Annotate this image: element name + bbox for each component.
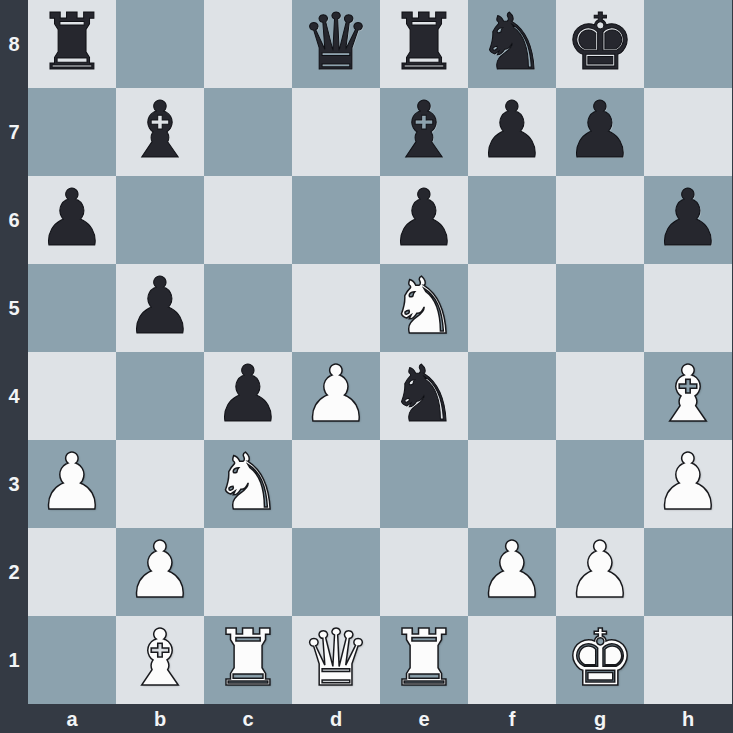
square-f3[interactable] [468, 440, 556, 528]
chess-board-panel: 87654321 ♜♛♜♞♚♝♝♟♟♟♟♟♟♞♟♟♞♝♟♞♟♟♟♟♝♜♛♜♚ a… [0, 0, 733, 733]
black-knight: ♞ [477, 3, 547, 81]
white-bishop: ♝ [125, 619, 195, 697]
white-king: ♚ [565, 619, 635, 697]
square-h6[interactable]: ♟ [644, 176, 732, 264]
white-pawn: ♟ [653, 443, 723, 521]
square-f6[interactable] [468, 176, 556, 264]
rank-label-7: 7 [0, 88, 28, 176]
square-a1[interactable] [28, 616, 116, 704]
square-e7[interactable]: ♝ [380, 88, 468, 176]
square-d8[interactable]: ♛ [292, 0, 380, 88]
square-g3[interactable] [556, 440, 644, 528]
square-h1[interactable] [644, 616, 732, 704]
square-b1[interactable]: ♝ [116, 616, 204, 704]
rank-labels: 87654321 [0, 0, 28, 704]
rank-label-6: 6 [0, 176, 28, 264]
square-d3[interactable] [292, 440, 380, 528]
square-c8[interactable] [204, 0, 292, 88]
square-f4[interactable] [468, 352, 556, 440]
square-a6[interactable]: ♟ [28, 176, 116, 264]
white-pawn: ♟ [301, 355, 371, 433]
black-bishop: ♝ [125, 91, 195, 169]
square-g4[interactable] [556, 352, 644, 440]
white-knight: ♞ [389, 267, 459, 345]
file-label-f: f [468, 704, 556, 733]
black-pawn: ♟ [653, 179, 723, 257]
square-a8[interactable]: ♜ [28, 0, 116, 88]
square-g6[interactable] [556, 176, 644, 264]
square-h2[interactable] [644, 528, 732, 616]
square-b7[interactable]: ♝ [116, 88, 204, 176]
file-label-d: d [292, 704, 380, 733]
rank-label-4: 4 [0, 352, 28, 440]
black-knight: ♞ [389, 355, 459, 433]
white-pawn: ♟ [125, 531, 195, 609]
square-f7[interactable]: ♟ [468, 88, 556, 176]
square-d7[interactable] [292, 88, 380, 176]
square-b8[interactable] [116, 0, 204, 88]
square-c6[interactable] [204, 176, 292, 264]
rank-label-5: 5 [0, 264, 28, 352]
rank-label-1: 1 [0, 616, 28, 704]
square-d6[interactable] [292, 176, 380, 264]
white-pawn: ♟ [565, 531, 635, 609]
square-g2[interactable]: ♟ [556, 528, 644, 616]
square-c7[interactable] [204, 88, 292, 176]
white-bishop: ♝ [653, 355, 723, 433]
square-b4[interactable] [116, 352, 204, 440]
square-d5[interactable] [292, 264, 380, 352]
board[interactable]: ♜♛♜♞♚♝♝♟♟♟♟♟♟♞♟♟♞♝♟♞♟♟♟♟♝♜♛♜♚ [28, 0, 732, 704]
square-e3[interactable] [380, 440, 468, 528]
file-label-b: b [116, 704, 204, 733]
square-a2[interactable] [28, 528, 116, 616]
square-e8[interactable]: ♜ [380, 0, 468, 88]
black-pawn: ♟ [125, 267, 195, 345]
square-e6[interactable]: ♟ [380, 176, 468, 264]
square-b3[interactable] [116, 440, 204, 528]
white-pawn: ♟ [477, 531, 547, 609]
file-label-h: h [644, 704, 732, 733]
square-f2[interactable]: ♟ [468, 528, 556, 616]
square-c1[interactable]: ♜ [204, 616, 292, 704]
file-label-a: a [28, 704, 116, 733]
square-f5[interactable] [468, 264, 556, 352]
white-pawn: ♟ [37, 443, 107, 521]
square-e4[interactable]: ♞ [380, 352, 468, 440]
black-rook: ♜ [37, 3, 107, 81]
square-d1[interactable]: ♛ [292, 616, 380, 704]
square-b5[interactable]: ♟ [116, 264, 204, 352]
black-queen: ♛ [301, 3, 371, 81]
square-b2[interactable]: ♟ [116, 528, 204, 616]
square-c4[interactable]: ♟ [204, 352, 292, 440]
rank-label-3: 3 [0, 440, 28, 528]
white-rook: ♜ [213, 619, 283, 697]
square-h4[interactable]: ♝ [644, 352, 732, 440]
square-d2[interactable] [292, 528, 380, 616]
file-label-g: g [556, 704, 644, 733]
square-c5[interactable] [204, 264, 292, 352]
square-h5[interactable] [644, 264, 732, 352]
black-king: ♚ [565, 3, 635, 81]
square-a3[interactable]: ♟ [28, 440, 116, 528]
rank-label-2: 2 [0, 528, 28, 616]
square-c2[interactable] [204, 528, 292, 616]
square-e2[interactable] [380, 528, 468, 616]
square-f1[interactable] [468, 616, 556, 704]
square-h3[interactable]: ♟ [644, 440, 732, 528]
square-a5[interactable] [28, 264, 116, 352]
file-label-e: e [380, 704, 468, 733]
white-queen: ♛ [301, 619, 371, 697]
file-labels: abcdefgh [28, 704, 732, 733]
square-a4[interactable] [28, 352, 116, 440]
file-label-c: c [204, 704, 292, 733]
square-e1[interactable]: ♜ [380, 616, 468, 704]
black-pawn: ♟ [565, 91, 635, 169]
black-pawn: ♟ [37, 179, 107, 257]
square-g5[interactable] [556, 264, 644, 352]
black-pawn: ♟ [477, 91, 547, 169]
square-f8[interactable]: ♞ [468, 0, 556, 88]
black-rook: ♜ [389, 3, 459, 81]
square-b6[interactable] [116, 176, 204, 264]
square-c3[interactable]: ♞ [204, 440, 292, 528]
square-h8[interactable] [644, 0, 732, 88]
black-bishop: ♝ [389, 91, 459, 169]
square-g1[interactable]: ♚ [556, 616, 644, 704]
black-pawn: ♟ [389, 179, 459, 257]
square-d4[interactable]: ♟ [292, 352, 380, 440]
white-rook: ♜ [389, 619, 459, 697]
square-g8[interactable]: ♚ [556, 0, 644, 88]
rank-label-8: 8 [0, 0, 28, 88]
white-knight: ♞ [213, 443, 283, 521]
black-pawn: ♟ [213, 355, 283, 433]
square-h7[interactable] [644, 88, 732, 176]
square-e5[interactable]: ♞ [380, 264, 468, 352]
square-a7[interactable] [28, 88, 116, 176]
square-g7[interactable]: ♟ [556, 88, 644, 176]
